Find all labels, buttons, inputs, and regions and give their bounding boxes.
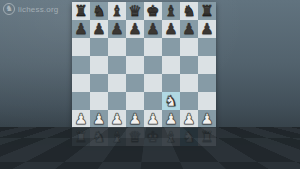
square-a8[interactable]: ♜: [72, 2, 90, 20]
black-rook[interactable]: ♜: [74, 2, 87, 20]
white-knight[interactable]: ♞: [182, 128, 195, 146]
square-f6[interactable]: [162, 38, 180, 56]
square-f2[interactable]: ♟: [162, 110, 180, 128]
white-pawn[interactable]: ♟: [200, 110, 213, 128]
white-rook[interactable]: ♜: [74, 128, 87, 146]
square-g5[interactable]: [180, 56, 198, 74]
square-g8[interactable]: ♞: [180, 2, 198, 20]
white-queen[interactable]: ♛: [128, 128, 141, 146]
square-b7[interactable]: ♟: [90, 20, 108, 38]
square-b1[interactable]: ♞: [90, 128, 108, 146]
white-pawn[interactable]: ♟: [74, 110, 87, 128]
lichess-logo[interactable]: ♞ lichess.org: [3, 3, 58, 15]
square-a2[interactable]: ♟: [72, 110, 90, 128]
square-c6[interactable]: [108, 38, 126, 56]
black-pawn[interactable]: ♟: [146, 20, 159, 38]
square-g2[interactable]: ♟: [180, 110, 198, 128]
square-h3[interactable]: [198, 92, 216, 110]
black-knight[interactable]: ♞: [182, 2, 195, 20]
square-e6[interactable]: [144, 38, 162, 56]
square-e7[interactable]: ♟: [144, 20, 162, 38]
square-f3[interactable]: ♞: [162, 92, 180, 110]
white-bishop[interactable]: ♝: [164, 128, 177, 146]
black-pawn[interactable]: ♟: [182, 20, 195, 38]
square-b4[interactable]: [90, 74, 108, 92]
black-king[interactable]: ♚: [146, 2, 159, 20]
square-c8[interactable]: ♝: [108, 2, 126, 20]
white-king[interactable]: ♚: [146, 128, 159, 146]
square-c7[interactable]: ♟: [108, 20, 126, 38]
black-pawn[interactable]: ♟: [92, 20, 105, 38]
lichess-export-frame: ♞ lichess.org ♜♞♝♛♚♝♞♜♟♟♟♟♟♟♟♟♞♟♟♟♟♟♟♟♟♜…: [0, 0, 300, 169]
square-e8[interactable]: ♚: [144, 2, 162, 20]
square-f1[interactable]: ♝: [162, 128, 180, 146]
square-a3[interactable]: [72, 92, 90, 110]
black-pawn[interactable]: ♟: [164, 20, 177, 38]
square-a6[interactable]: [72, 38, 90, 56]
black-knight[interactable]: ♞: [92, 2, 105, 20]
square-b8[interactable]: ♞: [90, 2, 108, 20]
square-g7[interactable]: ♟: [180, 20, 198, 38]
square-f5[interactable]: [162, 56, 180, 74]
square-e5[interactable]: [144, 56, 162, 74]
white-rook[interactable]: ♜: [200, 128, 213, 146]
square-h8[interactable]: ♜: [198, 2, 216, 20]
square-a1[interactable]: ♜: [72, 128, 90, 146]
white-pawn[interactable]: ♟: [128, 110, 141, 128]
square-h4[interactable]: [198, 74, 216, 92]
black-pawn[interactable]: ♟: [200, 20, 213, 38]
white-knight[interactable]: ♞: [164, 92, 177, 110]
square-a4[interactable]: [72, 74, 90, 92]
square-b3[interactable]: [90, 92, 108, 110]
square-h7[interactable]: ♟: [198, 20, 216, 38]
square-d8[interactable]: ♛: [126, 2, 144, 20]
square-g6[interactable]: [180, 38, 198, 56]
square-f7[interactable]: ♟: [162, 20, 180, 38]
square-f8[interactable]: ♝: [162, 2, 180, 20]
square-d3[interactable]: [126, 92, 144, 110]
square-g4[interactable]: [180, 74, 198, 92]
white-pawn[interactable]: ♟: [182, 110, 195, 128]
white-knight[interactable]: ♞: [92, 128, 105, 146]
square-c2[interactable]: ♟: [108, 110, 126, 128]
white-pawn[interactable]: ♟: [110, 110, 123, 128]
square-c5[interactable]: [108, 56, 126, 74]
black-pawn[interactable]: ♟: [74, 20, 87, 38]
black-queen[interactable]: ♛: [128, 2, 141, 20]
square-c4[interactable]: [108, 74, 126, 92]
square-d4[interactable]: [126, 74, 144, 92]
square-e2[interactable]: ♟: [144, 110, 162, 128]
square-d2[interactable]: ♟: [126, 110, 144, 128]
square-h2[interactable]: ♟: [198, 110, 216, 128]
black-bishop[interactable]: ♝: [164, 2, 177, 20]
square-a7[interactable]: ♟: [72, 20, 90, 38]
square-h1[interactable]: ♜: [198, 128, 216, 146]
square-g1[interactable]: ♞: [180, 128, 198, 146]
black-pawn[interactable]: ♟: [110, 20, 123, 38]
square-c1[interactable]: ♝: [108, 128, 126, 146]
white-pawn[interactable]: ♟: [164, 110, 177, 128]
square-e4[interactable]: [144, 74, 162, 92]
square-b6[interactable]: [90, 38, 108, 56]
logo-text: lichess.org: [18, 5, 58, 14]
square-a5[interactable]: [72, 56, 90, 74]
white-bishop[interactable]: ♝: [110, 128, 123, 146]
square-h5[interactable]: [198, 56, 216, 74]
square-d6[interactable]: [126, 38, 144, 56]
black-bishop[interactable]: ♝: [110, 2, 123, 20]
white-pawn[interactable]: ♟: [146, 110, 159, 128]
square-d5[interactable]: [126, 56, 144, 74]
square-b5[interactable]: [90, 56, 108, 74]
black-rook[interactable]: ♜: [200, 2, 213, 20]
square-g3[interactable]: [180, 92, 198, 110]
square-h6[interactable]: [198, 38, 216, 56]
square-f4[interactable]: [162, 74, 180, 92]
square-b2[interactable]: ♟: [90, 110, 108, 128]
square-d1[interactable]: ♛: [126, 128, 144, 146]
square-e1[interactable]: ♚: [144, 128, 162, 146]
knight-in-circle-icon: ♞: [3, 3, 15, 15]
chess-board: ♜♞♝♛♚♝♞♜♟♟♟♟♟♟♟♟♞♟♟♟♟♟♟♟♟♜♞♝♛♚♝♞♜: [72, 2, 216, 146]
square-c3[interactable]: [108, 92, 126, 110]
square-d7[interactable]: ♟: [126, 20, 144, 38]
square-e3[interactable]: [144, 92, 162, 110]
black-pawn[interactable]: ♟: [128, 20, 141, 38]
white-pawn[interactable]: ♟: [92, 110, 105, 128]
